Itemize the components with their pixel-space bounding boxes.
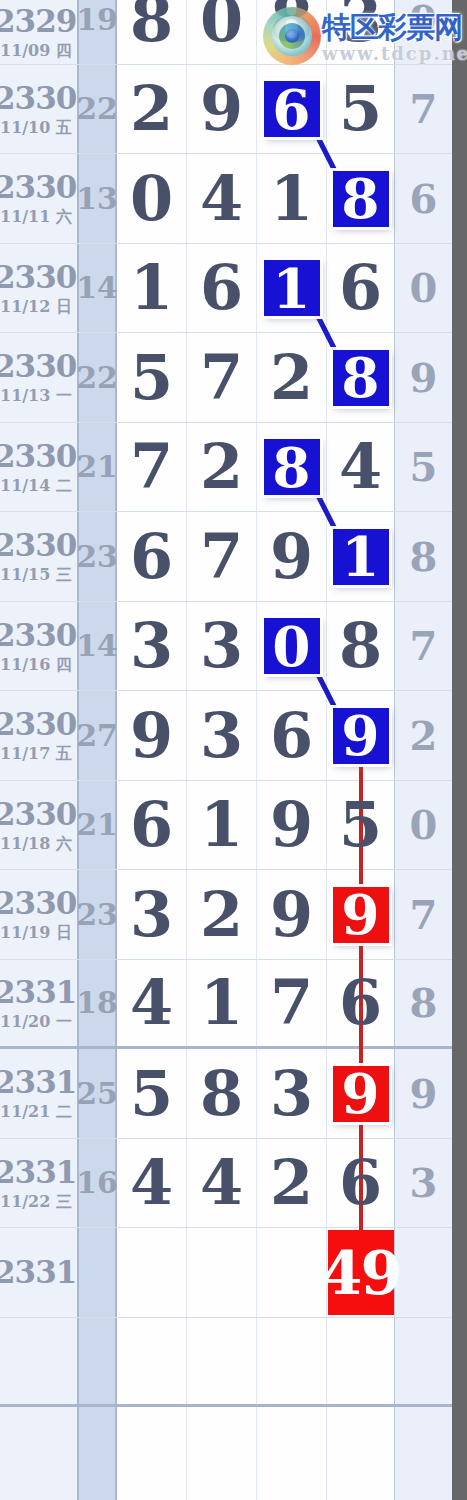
draw-number: 23312 [0, 1157, 77, 1188]
issue-cell: 2330711/17 五 [0, 691, 77, 780]
draw-number: 23311 [0, 1067, 77, 1098]
extra-digit-cell [395, 1318, 452, 1404]
extra-digit-cell: 6 [395, 154, 452, 243]
digit-cell [327, 1318, 395, 1404]
digit: 6 [339, 257, 382, 319]
digit: 5 [130, 347, 173, 409]
digit: 6 [200, 257, 243, 319]
right-dark-strip [452, 0, 467, 1500]
digit-cell: 9 [257, 870, 327, 959]
digit: 7 [200, 347, 243, 409]
draw-row-23312: 2331211/22 三1644263 [0, 1139, 467, 1228]
draw-date: 11/21 二 [0, 1104, 72, 1120]
extra-digit: 7 [410, 89, 438, 129]
digit-sum-cell [77, 1407, 117, 1500]
extra-digit-cell: 5 [395, 423, 452, 511]
digit-cell: 3 [257, 1049, 327, 1138]
issue-cell: 2330811/18 六 [0, 781, 77, 869]
digit-cell: 1 [117, 244, 187, 332]
digit: 2 [200, 436, 243, 498]
digit: 6 [130, 526, 173, 588]
digit-sum: 25 [76, 1079, 118, 1109]
digit: 9 [270, 794, 313, 856]
digit-cell: 3 [117, 602, 187, 690]
draw-row-23301: 2330111/11 六1304186 [0, 154, 467, 244]
digit: 9 [270, 884, 313, 946]
extra-digit-cell: 0 [395, 244, 452, 332]
highlight-box: 1 [264, 260, 320, 316]
digit-cell: 5 [327, 781, 395, 869]
digit-cell: 8 [327, 333, 395, 422]
extra-digit: 8 [410, 983, 438, 1023]
draw-date: 11/13 一 [0, 388, 72, 404]
digit-sum: 22 [76, 94, 118, 124]
digit-cell: 7 [187, 333, 257, 422]
extra-digit-cell: 0 [395, 781, 452, 869]
draw-number: 23301 [0, 172, 77, 203]
digit: 3 [200, 705, 243, 767]
lottery-trend-chart: 2329911/09 四19808392330011/10 五222965723… [0, 0, 467, 1500]
digit: 2 [200, 884, 243, 946]
digit-cell [187, 1407, 257, 1500]
digit: 7 [200, 526, 243, 588]
highlight-box: 8 [333, 171, 389, 227]
draw-row-23305: 2330511/15 三2367918 [0, 512, 467, 602]
draw-date: 11/10 五 [0, 120, 72, 136]
digit-cell [257, 1407, 327, 1500]
issue-cell: 2330311/13 一 [0, 333, 77, 422]
digit-sum-cell: 19 [77, 0, 117, 64]
highlight-box: 8 [264, 439, 320, 495]
digit: 4 [130, 1152, 173, 1214]
digit-cell: 9 [257, 512, 327, 601]
draw-number: 23308 [0, 799, 77, 830]
empty-row [0, 1318, 467, 1407]
digit-cell: 5 [327, 65, 395, 153]
draw-date: 11/09 四 [0, 43, 72, 59]
draw-date: 11/14 二 [0, 478, 72, 494]
digit: 2 [130, 78, 173, 140]
draw-number: 23303 [0, 351, 77, 382]
digit: 0 [130, 168, 173, 230]
digit-sum: 14 [76, 273, 118, 303]
digit-sum-cell: 18 [77, 960, 117, 1046]
digit: 6 [339, 1152, 382, 1214]
digit-cell: 0 [187, 0, 257, 64]
digit-cell: 8 [187, 1049, 257, 1138]
extra-digit: 7 [410, 626, 438, 666]
digit: 1 [200, 794, 243, 856]
digit-cell: 2 [257, 1139, 327, 1227]
issue-cell: 2330211/12 日 [0, 244, 77, 332]
draw-row-23308: 2330811/18 六2161950 [0, 781, 467, 870]
digit: 6 [130, 794, 173, 856]
digit: 4 [130, 972, 173, 1034]
digit-sum-cell: 22 [77, 333, 117, 422]
draw-row-23302: 2330211/12 日1416160 [0, 244, 467, 333]
issue-cell: 2330511/15 三 [0, 512, 77, 601]
digit-sum: 14 [76, 631, 118, 661]
draw-date: 11/18 六 [0, 836, 72, 852]
issue-cell: 2330911/19 日 [0, 870, 77, 959]
chart-rows: 2329911/09 四19808392330011/10 五222965723… [0, 0, 467, 1500]
digit: 5 [130, 1063, 173, 1125]
digit-cell: 9 [187, 65, 257, 153]
digit-sum-cell: 13 [77, 154, 117, 243]
extra-digit-cell: 7 [395, 65, 452, 153]
issue-cell: 2330111/11 六 [0, 154, 77, 243]
digit-cell: 6 [327, 960, 395, 1046]
digit-cell: 6 [327, 1139, 395, 1227]
digit-cell [117, 1407, 187, 1500]
draw-date: 11/22 三 [0, 1194, 72, 1210]
digit-sum-cell: 25 [77, 1049, 117, 1138]
digit-cell: 0 [117, 154, 187, 243]
digit: 5 [339, 794, 382, 856]
draw-row-23299: 2329911/09 四1980839 [0, 0, 467, 65]
digit: 8 [130, 0, 173, 51]
digit-cell: 9 [257, 781, 327, 869]
issue-cell [0, 1318, 77, 1404]
digit: 9 [200, 78, 243, 140]
digit: 2 [270, 347, 313, 409]
draw-number: 23309 [0, 888, 77, 919]
digit: 6 [339, 972, 382, 1034]
digit-sum: 23 [76, 900, 118, 930]
digit-cell: 4 [117, 1139, 187, 1227]
extra-digit-cell: 7 [395, 602, 452, 690]
digit-cell: 8 [327, 154, 395, 243]
digit-cell [187, 1318, 257, 1404]
draw-number: 23299 [0, 6, 77, 37]
digit-sum: 22 [76, 363, 118, 393]
digit: 6 [270, 705, 313, 767]
digit-cell: 6 [187, 244, 257, 332]
digit: 4 [200, 168, 243, 230]
draw-row-23313: 2331349 [0, 1228, 467, 1318]
issue-cell: 2330411/14 二 [0, 423, 77, 511]
digit-cell: 3 [187, 602, 257, 690]
digit-sum-cell: 23 [77, 512, 117, 601]
digit: 1 [270, 168, 313, 230]
draw-number: 23307 [0, 709, 77, 740]
digit: 5 [339, 78, 382, 140]
extra-digit: 0 [410, 805, 438, 845]
draw-number: 23313 [0, 1257, 77, 1288]
digit-cell: 2 [257, 333, 327, 422]
extra-digit: 9 [410, 1074, 438, 1114]
draw-row-23307: 2330711/17 五2793692 [0, 691, 467, 781]
draw-date: 11/17 五 [0, 746, 72, 762]
extra-digit-cell: 7 [395, 870, 452, 959]
issue-cell: 2331211/22 三 [0, 1139, 77, 1227]
extra-digit: 9 [410, 358, 438, 398]
empty-row [0, 1407, 467, 1500]
digit: 7 [130, 436, 173, 498]
digit: 3 [270, 1063, 313, 1125]
highlight-box: 8 [333, 350, 389, 406]
issue-cell: 23313 [0, 1228, 77, 1317]
extra-digit: 2 [410, 716, 438, 756]
digit-cell: 9 [327, 870, 395, 959]
digit-cell: 9 [117, 691, 187, 780]
digit-cell: 7 [187, 512, 257, 601]
digit-cell [257, 1228, 327, 1317]
digit: 1 [130, 257, 173, 319]
digit: 9 [130, 705, 173, 767]
digit-cell: 9 [327, 691, 395, 780]
digit: 4 [200, 1152, 243, 1214]
extra-digit-cell: 9 [395, 1049, 452, 1138]
digit-cell [187, 1228, 257, 1317]
draw-row-23300: 2330011/10 五2229657 [0, 65, 467, 154]
digit-sum-cell: 16 [77, 1139, 117, 1227]
draw-row-23303: 2330311/13 一2257289 [0, 333, 467, 423]
extra-digit-cell: 8 [395, 960, 452, 1046]
draw-number: 23302 [0, 262, 77, 293]
extra-digit-cell [395, 1228, 452, 1317]
digit: 8 [270, 0, 313, 51]
digit-cell: 6 [117, 781, 187, 869]
highlight-box: 49 [328, 1230, 394, 1315]
draw-date: 11/20 一 [0, 1014, 72, 1030]
digit-cell: 8 [327, 602, 395, 690]
extra-digit: 5 [410, 447, 438, 487]
digit-cell: 2 [187, 423, 257, 511]
digit-cell: 8 [257, 0, 327, 64]
draw-number: 23304 [0, 441, 77, 472]
digit: 3 [200, 615, 243, 677]
digit-cell: 3 [327, 0, 395, 64]
issue-cell: 2330011/10 五 [0, 65, 77, 153]
digit-cell: 4 [327, 423, 395, 511]
digit: 9 [270, 526, 313, 588]
digit-cell: 2 [117, 65, 187, 153]
digit: 0 [200, 0, 243, 51]
extra-digit: 9 [410, 0, 438, 40]
issue-cell [0, 1407, 77, 1500]
digit-sum-cell: 14 [77, 244, 117, 332]
digit-sum: 23 [76, 542, 118, 572]
digit-cell: 8 [257, 423, 327, 511]
draw-number: 23310 [0, 977, 77, 1008]
digit-cell: 7 [257, 960, 327, 1046]
draw-number: 23306 [0, 620, 77, 651]
digit-cell: 0 [257, 602, 327, 690]
draw-row-23306: 2330611/16 四1433087 [0, 602, 467, 691]
extra-digit-cell: 9 [395, 333, 452, 422]
digit-cell: 5 [117, 1049, 187, 1138]
digit-cell [257, 1318, 327, 1404]
digit-sum: 13 [76, 184, 118, 214]
digit-sum-cell: 27 [77, 691, 117, 780]
draw-date: 11/15 三 [0, 567, 72, 583]
draw-row-23310: 2331011/20 一1841768 [0, 960, 467, 1049]
digit-cell [327, 1407, 395, 1500]
extra-digit: 8 [410, 537, 438, 577]
digit-cell: 9 [327, 1049, 395, 1138]
highlight-box: 6 [264, 81, 320, 137]
digit-sum-cell: 21 [77, 781, 117, 869]
digit-cell: 7 [117, 423, 187, 511]
digit-cell: 8 [117, 0, 187, 64]
digit-cell: 1 [327, 512, 395, 601]
digit-cell: 49 [327, 1228, 395, 1317]
extra-digit-cell: 2 [395, 691, 452, 780]
extra-digit-cell: 3 [395, 1139, 452, 1227]
digit-cell: 4 [187, 1139, 257, 1227]
digit-sum-cell: 22 [77, 65, 117, 153]
digit-cell: 6 [117, 512, 187, 601]
extra-digit-cell [395, 1407, 452, 1500]
digit-cell: 4 [117, 960, 187, 1046]
digit-sum: 21 [76, 810, 118, 840]
highlight-box: 1 [333, 529, 389, 585]
digit: 8 [200, 1063, 243, 1125]
draw-row-23311: 2331111/21 二2558399 [0, 1049, 467, 1139]
extra-digit-cell: 8 [395, 512, 452, 601]
digit-sum: 21 [76, 452, 118, 482]
digit-cell: 3 [117, 870, 187, 959]
digit-cell: 3 [187, 691, 257, 780]
digit-sum-cell: 14 [77, 602, 117, 690]
digit-cell: 1 [187, 781, 257, 869]
digit-cell: 6 [257, 691, 327, 780]
extra-digit-cell: 9 [395, 0, 452, 64]
digit-sum-cell [77, 1228, 117, 1317]
digit-sum: 16 [76, 1168, 118, 1198]
digit-sum: 19 [76, 5, 118, 35]
digit-cell: 5 [117, 333, 187, 422]
extra-digit: 7 [410, 895, 438, 935]
digit-sum-cell: 21 [77, 423, 117, 511]
digit-sum: 27 [76, 721, 118, 751]
digit-cell: 6 [257, 65, 327, 153]
digit-sum-cell: 23 [77, 870, 117, 959]
digit: 3 [130, 884, 173, 946]
highlight-box: 9 [333, 1066, 389, 1122]
draw-number: 23305 [0, 530, 77, 561]
digit: 3 [339, 0, 382, 51]
draw-date: 11/11 六 [0, 209, 72, 225]
highlight-box: 0 [264, 618, 320, 674]
issue-cell: 2330611/16 四 [0, 602, 77, 690]
digit-sum: 18 [76, 988, 118, 1018]
issue-cell: 2331011/20 一 [0, 960, 77, 1046]
digit: 2 [270, 1152, 313, 1214]
draw-row-23304: 2330411/14 二2172845 [0, 423, 467, 512]
issue-cell: 2331111/21 二 [0, 1049, 77, 1138]
digit-sum-cell [77, 1318, 117, 1404]
digit-cell: 4 [187, 154, 257, 243]
draw-date: 11/19 日 [0, 925, 72, 941]
draw-date: 11/16 四 [0, 657, 72, 673]
draw-row-23309: 2330911/19 日2332997 [0, 870, 467, 960]
extra-digit: 6 [410, 179, 438, 219]
digit: 1 [200, 972, 243, 1034]
draw-number: 23300 [0, 83, 77, 114]
digit-cell: 2 [187, 870, 257, 959]
issue-cell: 2329911/09 四 [0, 0, 77, 64]
highlight-box: 9 [333, 708, 389, 764]
digit: 8 [339, 615, 382, 677]
draw-date: 11/12 日 [0, 299, 72, 315]
digit-cell: 6 [327, 244, 395, 332]
digit-cell [117, 1318, 187, 1404]
digit-cell [117, 1228, 187, 1317]
highlight-box: 9 [333, 887, 389, 943]
digit: 4 [339, 436, 382, 498]
digit-cell: 1 [257, 154, 327, 243]
digit-cell: 1 [187, 960, 257, 1046]
extra-digit: 3 [410, 1163, 438, 1203]
extra-digit: 0 [410, 268, 438, 308]
digit: 3 [130, 615, 173, 677]
digit-cell: 1 [257, 244, 327, 332]
digit: 7 [270, 972, 313, 1034]
